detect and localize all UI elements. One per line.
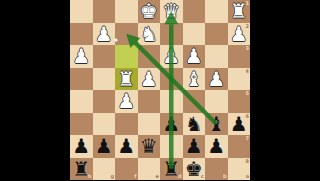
black-bishop-piece[interactable]: ♝	[205, 113, 228, 136]
file-label-a: a	[246, 174, 249, 179]
white-pawn-piece[interactable]: ♟	[93, 23, 116, 46]
square-g3[interactable]	[93, 45, 116, 68]
square-g8[interactable]: g	[93, 158, 116, 181]
file-label-g: g	[110, 174, 114, 179]
black-pawn-piece[interactable]: ♟	[183, 135, 206, 158]
square-e1[interactable]: ♚	[138, 0, 161, 23]
white-knight-piece[interactable]: ♞	[138, 23, 161, 46]
square-b1[interactable]	[205, 0, 228, 23]
square-c4[interactable]: ♝	[183, 68, 206, 91]
rank-label-4: 4	[246, 69, 249, 74]
black-queen-piece[interactable]: ♛	[138, 135, 161, 158]
square-f3[interactable]	[115, 45, 138, 68]
square-a2[interactable]: ♟2	[228, 23, 251, 46]
square-h5[interactable]	[70, 90, 93, 113]
rank-label-6: 6	[246, 114, 249, 119]
square-b6[interactable]: ♝	[205, 113, 228, 136]
square-f7[interactable]: ♟	[115, 135, 138, 158]
square-d2[interactable]	[160, 23, 183, 46]
white-rook-piece[interactable]: ♜	[115, 68, 138, 91]
square-b7[interactable]: ♟	[205, 135, 228, 158]
black-pawn-piece[interactable]: ♟	[205, 135, 228, 158]
rank-label-1: 1	[246, 1, 249, 6]
square-a5[interactable]: 5	[228, 90, 251, 113]
square-g7[interactable]: ♟	[93, 135, 116, 158]
square-e7[interactable]: ♛	[138, 135, 161, 158]
black-pawn-piece[interactable]: ♟	[93, 135, 116, 158]
square-c3[interactable]: ♟	[183, 45, 206, 68]
square-b5[interactable]	[205, 90, 228, 113]
square-a6[interactable]: ♟6	[228, 113, 251, 136]
white-pawn-piece[interactable]: ♟	[183, 45, 206, 68]
rank-label-3: 3	[246, 46, 249, 51]
chess-board[interactable]: ♚♛♜1♟♞♟2♟♟♟3♜♟♝♟4♟5♟♞♝♟6♟♟♟♛♟♟7♜hgfe♜d♚c…	[70, 0, 250, 180]
square-f4[interactable]: ♜	[115, 68, 138, 91]
white-pawn-piece[interactable]: ♟	[115, 90, 138, 113]
square-h1[interactable]	[70, 0, 93, 23]
file-label-f: f	[134, 174, 136, 179]
square-d4[interactable]	[160, 68, 183, 91]
video-frame: ♚♛♜1♟♞♟2♟♟♟3♜♟♝♟4♟5♟♞♝♟6♟♟♟♛♟♟7♜hgfe♜d♚c…	[0, 0, 320, 180]
rank-label-2: 2	[246, 24, 249, 29]
square-g1[interactable]	[93, 0, 116, 23]
file-label-d: d	[178, 174, 182, 179]
square-b4[interactable]: ♟	[205, 68, 228, 91]
square-a3[interactable]: 3	[228, 45, 251, 68]
square-f6[interactable]	[115, 113, 138, 136]
square-a8[interactable]: 8a	[228, 158, 251, 181]
square-h2[interactable]	[70, 23, 93, 46]
black-pawn-piece[interactable]: ♟	[70, 135, 93, 158]
square-d7[interactable]	[160, 135, 183, 158]
square-d3[interactable]: ♟	[160, 45, 183, 68]
white-king-piece[interactable]: ♚	[138, 0, 161, 23]
file-label-b: b	[223, 174, 227, 179]
square-g6[interactable]	[93, 113, 116, 136]
black-knight-piece[interactable]: ♞	[183, 113, 206, 136]
square-f1[interactable]	[115, 0, 138, 23]
black-pawn-piece[interactable]: ♟	[115, 135, 138, 158]
square-c2[interactable]	[183, 23, 206, 46]
square-c7[interactable]: ♟	[183, 135, 206, 158]
file-label-e: e	[156, 174, 159, 179]
square-c6[interactable]: ♞	[183, 113, 206, 136]
square-e3[interactable]	[138, 45, 161, 68]
square-h3[interactable]: ♟	[70, 45, 93, 68]
white-bishop-piece[interactable]: ♝	[183, 68, 206, 91]
square-h7[interactable]: ♟	[70, 135, 93, 158]
square-c1[interactable]	[183, 0, 206, 23]
black-pawn-piece[interactable]: ♟	[160, 113, 183, 136]
rank-label-7: 7	[246, 136, 249, 141]
square-h4[interactable]	[70, 68, 93, 91]
white-pawn-piece[interactable]: ♟	[138, 68, 161, 91]
square-g2[interactable]: ♟	[93, 23, 116, 46]
square-a7[interactable]: 7	[228, 135, 251, 158]
square-f2[interactable]	[115, 23, 138, 46]
file-label-h: h	[88, 174, 92, 179]
file-label-c: c	[201, 174, 204, 179]
square-d8[interactable]: ♜d	[160, 158, 183, 181]
square-d1[interactable]: ♛	[160, 0, 183, 23]
white-queen-piece[interactable]: ♛	[160, 0, 183, 23]
white-pawn-piece[interactable]: ♟	[160, 45, 183, 68]
square-a1[interactable]: ♜1	[228, 0, 251, 23]
square-f5[interactable]: ♟	[115, 90, 138, 113]
square-e5[interactable]	[138, 90, 161, 113]
square-h8[interactable]: ♜h	[70, 158, 93, 181]
square-d6[interactable]: ♟	[160, 113, 183, 136]
square-b2[interactable]	[205, 23, 228, 46]
square-b8[interactable]: b	[205, 158, 228, 181]
square-e4[interactable]: ♟	[138, 68, 161, 91]
white-pawn-piece[interactable]: ♟	[205, 68, 228, 91]
white-pawn-piece[interactable]: ♟	[70, 45, 93, 68]
square-c5[interactable]	[183, 90, 206, 113]
square-e6[interactable]	[138, 113, 161, 136]
square-f8[interactable]: f	[115, 158, 138, 181]
square-a4[interactable]: 4	[228, 68, 251, 91]
square-e8[interactable]: e	[138, 158, 161, 181]
rank-label-8: 8	[246, 159, 249, 164]
square-h6[interactable]	[70, 113, 93, 136]
rank-label-5: 5	[246, 91, 249, 96]
square-c8[interactable]: ♚c	[183, 158, 206, 181]
square-b3[interactable]	[205, 45, 228, 68]
square-g4[interactable]	[93, 68, 116, 91]
square-g5[interactable]	[93, 90, 116, 113]
square-d5[interactable]	[160, 90, 183, 113]
last-move-highlight-f3	[115, 45, 138, 68]
square-e2[interactable]: ♞	[138, 23, 161, 46]
